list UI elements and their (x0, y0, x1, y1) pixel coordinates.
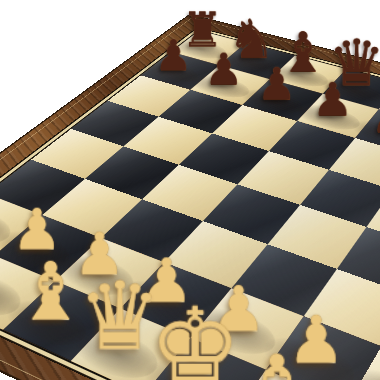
piece-white-bishop[interactable]: ♝ (15, 252, 86, 331)
chess-board-frame: ♜♞♝♛♚♝♞♜♟♟♟♟♟♟♟♟♟♟♟♟♟♟♟♟♜♞♝♛♚♝♞♜ (0, 15, 380, 380)
piece-black-pawn[interactable]: ♟ (154, 34, 192, 76)
chess-set-photo-scene: ♜♞♝♛♚♝♞♜♟♟♟♟♟♟♟♟♟♟♟♟♟♟♟♟♜♞♝♛♚♝♞♜ (0, 0, 380, 380)
square-d5[interactable] (238, 151, 329, 205)
piece-white-king[interactable]: ♚ (149, 294, 241, 380)
piece-black-pawn[interactable]: ♟ (370, 92, 380, 139)
piece-black-pawn[interactable]: ♟ (312, 76, 353, 122)
piece-black-pawn[interactable]: ♟ (257, 61, 297, 105)
piece-white-bishop[interactable]: ♝ (236, 344, 316, 380)
piece-black-pawn[interactable]: ♟ (204, 47, 243, 90)
chess-board: ♜♞♝♛♚♝♞♜♟♟♟♟♟♟♟♟♟♟♟♟♟♟♟♟♜♞♝♛♚♝♞♜ (0, 31, 380, 380)
